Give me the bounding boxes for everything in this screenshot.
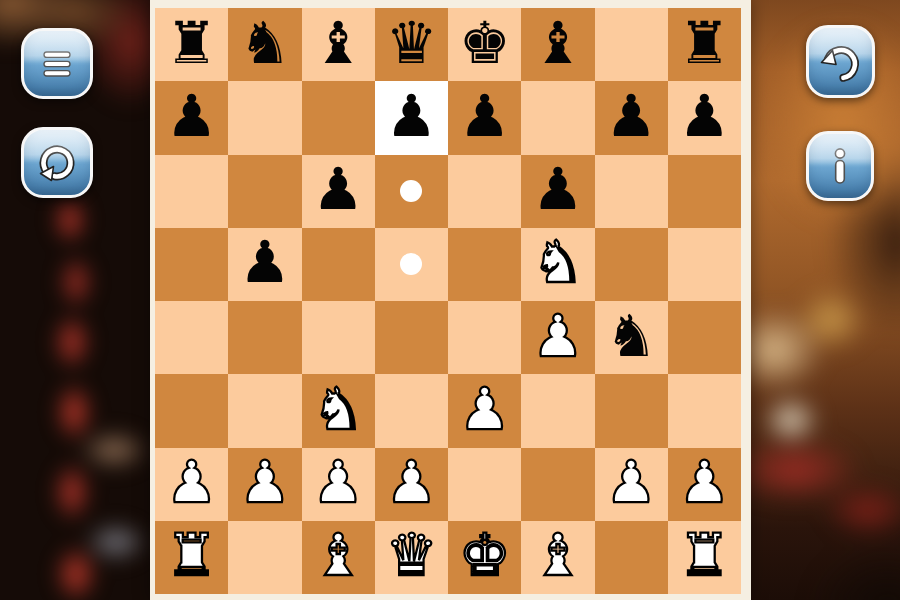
square-f3[interactable] (521, 374, 594, 447)
square-c2[interactable]: ♟ (302, 448, 375, 521)
piece-black-queen[interactable]: ♛ (385, 14, 437, 72)
square-g7[interactable]: ♟ (595, 81, 668, 154)
square-c5[interactable] (302, 228, 375, 301)
square-b2[interactable]: ♟ (228, 448, 301, 521)
square-g8[interactable] (595, 8, 668, 81)
square-f1[interactable]: ♝ (521, 521, 594, 594)
square-b7[interactable] (228, 81, 301, 154)
piece-white-pawn[interactable]: ♟ (605, 453, 657, 511)
piece-white-pawn[interactable]: ♟ (459, 380, 511, 438)
piece-black-pawn[interactable]: ♟ (678, 87, 730, 145)
square-h4[interactable] (668, 301, 741, 374)
square-a7[interactable]: ♟ (155, 81, 228, 154)
square-g4[interactable]: ♞ (595, 301, 668, 374)
rotate-icon (34, 140, 80, 186)
square-h8[interactable]: ♜ (668, 8, 741, 81)
square-f4[interactable]: ♟ (521, 301, 594, 374)
square-d7[interactable]: ♟ (375, 81, 448, 154)
square-c3[interactable]: ♞ (302, 374, 375, 447)
square-a2[interactable]: ♟ (155, 448, 228, 521)
piece-black-pawn[interactable]: ♟ (312, 160, 364, 218)
piece-white-rook[interactable]: ♜ (166, 526, 218, 584)
piece-white-pawn[interactable]: ♟ (385, 453, 437, 511)
piece-black-knight[interactable]: ♞ (605, 307, 657, 365)
square-d3[interactable] (375, 374, 448, 447)
menu-button[interactable] (21, 28, 93, 99)
square-b5[interactable]: ♟ (228, 228, 301, 301)
square-b1[interactable] (228, 521, 301, 594)
square-a5[interactable] (155, 228, 228, 301)
square-d6[interactable] (375, 155, 448, 228)
piece-black-pawn[interactable]: ♟ (459, 87, 511, 145)
info-button[interactable] (806, 131, 874, 201)
square-c6[interactable]: ♟ (302, 155, 375, 228)
piece-white-pawn[interactable]: ♟ (678, 453, 730, 511)
square-h5[interactable] (668, 228, 741, 301)
piece-white-bishop[interactable]: ♝ (532, 526, 584, 584)
undo-move-button[interactable] (806, 25, 875, 98)
square-g3[interactable] (595, 374, 668, 447)
piece-black-bishop[interactable]: ♝ (532, 14, 584, 72)
piece-white-pawn[interactable]: ♟ (166, 453, 218, 511)
square-a1[interactable]: ♜ (155, 521, 228, 594)
square-d1[interactable]: ♛ (375, 521, 448, 594)
square-a6[interactable] (155, 155, 228, 228)
square-a3[interactable] (155, 374, 228, 447)
square-g5[interactable] (595, 228, 668, 301)
square-e2[interactable] (448, 448, 521, 521)
piece-white-knight[interactable]: ♞ (532, 233, 584, 291)
square-c7[interactable] (302, 81, 375, 154)
piece-white-king[interactable]: ♚ (459, 526, 511, 584)
piece-black-knight[interactable]: ♞ (239, 14, 291, 72)
square-c4[interactable] (302, 301, 375, 374)
rotate-board-button[interactable] (21, 127, 93, 198)
square-f8[interactable]: ♝ (521, 8, 594, 81)
piece-black-pawn[interactable]: ♟ (166, 87, 218, 145)
square-e7[interactable]: ♟ (448, 81, 521, 154)
square-d4[interactable] (375, 301, 448, 374)
legal-move-dot (400, 180, 422, 202)
square-h2[interactable]: ♟ (668, 448, 741, 521)
piece-black-king[interactable]: ♚ (459, 14, 511, 72)
piece-black-pawn[interactable]: ♟ (532, 160, 584, 218)
piece-black-rook[interactable]: ♜ (166, 14, 218, 72)
square-e8[interactable]: ♚ (448, 8, 521, 81)
chess-board: ♜♞♝♛♚♝♜♟♟♟♟♟♟♟♟♞♟♞♞♟♟♟♟♟♟♟♜♝♛♚♝♜ (155, 8, 741, 594)
square-b6[interactable] (228, 155, 301, 228)
square-e1[interactable]: ♚ (448, 521, 521, 594)
piece-white-queen[interactable]: ♛ (385, 526, 437, 584)
piece-white-bishop[interactable]: ♝ (312, 526, 364, 584)
square-c8[interactable]: ♝ (302, 8, 375, 81)
app-root: ♜♞♝♛♚♝♜♟♟♟♟♟♟♟♟♞♟♞♞♟♟♟♟♟♟♟♜♝♛♚♝♜ (0, 0, 900, 600)
square-h1[interactable]: ♜ (668, 521, 741, 594)
square-b3[interactable] (228, 374, 301, 447)
info-icon (817, 143, 863, 189)
piece-white-pawn[interactable]: ♟ (239, 453, 291, 511)
square-d2[interactable]: ♟ (375, 448, 448, 521)
square-g1[interactable] (595, 521, 668, 594)
undo-icon (818, 39, 864, 85)
square-h3[interactable] (668, 374, 741, 447)
square-f5[interactable]: ♞ (521, 228, 594, 301)
piece-white-pawn[interactable]: ♟ (532, 307, 584, 365)
piece-white-rook[interactable]: ♜ (678, 526, 730, 584)
piece-black-pawn[interactable]: ♟ (385, 87, 437, 145)
square-f6[interactable]: ♟ (521, 155, 594, 228)
piece-black-pawn[interactable]: ♟ (239, 233, 291, 291)
square-e4[interactable] (448, 301, 521, 374)
square-g2[interactable]: ♟ (595, 448, 668, 521)
square-b4[interactable] (228, 301, 301, 374)
square-h6[interactable] (668, 155, 741, 228)
piece-white-pawn[interactable]: ♟ (312, 453, 364, 511)
square-g6[interactable] (595, 155, 668, 228)
square-c1[interactable]: ♝ (302, 521, 375, 594)
piece-black-pawn[interactable]: ♟ (605, 87, 657, 145)
piece-black-bishop[interactable]: ♝ (312, 14, 364, 72)
menu-icon (34, 41, 80, 87)
square-d8[interactable]: ♛ (375, 8, 448, 81)
legal-move-dot (400, 253, 422, 275)
square-b8[interactable]: ♞ (228, 8, 301, 81)
piece-white-knight[interactable]: ♞ (312, 380, 364, 438)
square-e6[interactable] (448, 155, 521, 228)
square-a8[interactable]: ♜ (155, 8, 228, 81)
piece-black-rook[interactable]: ♜ (678, 14, 730, 72)
square-h7[interactable]: ♟ (668, 81, 741, 154)
square-e3[interactable]: ♟ (448, 374, 521, 447)
square-a4[interactable] (155, 301, 228, 374)
square-f7[interactable] (521, 81, 594, 154)
square-e5[interactable] (448, 228, 521, 301)
square-d5[interactable] (375, 228, 448, 301)
square-f2[interactable] (521, 448, 594, 521)
